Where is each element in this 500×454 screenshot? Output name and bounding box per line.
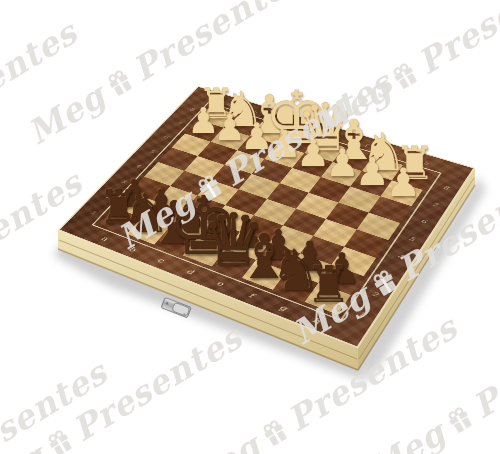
file-label-far-a: a xyxy=(225,102,232,107)
rank-label-right-7: 7 xyxy=(431,201,439,207)
file-label-a: a xyxy=(99,235,109,243)
file-label-far-c: c xyxy=(278,117,285,122)
file-label-f: f xyxy=(247,291,256,299)
file-label-far-f: f xyxy=(363,143,369,148)
rank-label-right-3: 3 xyxy=(384,271,393,278)
file-label-g: g xyxy=(278,303,289,312)
file-label-far-b: b xyxy=(251,109,258,114)
file-label-c: c xyxy=(156,256,166,264)
rank-label-left-7: 7 xyxy=(175,120,183,125)
rank-label-right-6: 6 xyxy=(420,218,428,224)
rank-label-left-4: 4 xyxy=(134,163,142,168)
rank-label-left-8: 8 xyxy=(188,107,195,112)
rank-label-right-5: 5 xyxy=(408,235,416,242)
rank-label-left-1: 1 xyxy=(89,210,97,216)
rank-label-right-8: 8 xyxy=(442,185,450,191)
file-label-far-e: e xyxy=(334,134,341,139)
file-label-b: b xyxy=(127,245,138,253)
rank-label-right-2: 2 xyxy=(371,290,380,297)
file-label-e: e xyxy=(215,279,226,288)
rank-label-right-4: 4 xyxy=(396,253,405,260)
file-label-far-d: d xyxy=(305,125,313,130)
file-label-d: d xyxy=(184,267,195,275)
rank-label-right-1: 1 xyxy=(358,310,367,317)
rank-label-left-5: 5 xyxy=(148,149,156,154)
rank-label-left-6: 6 xyxy=(162,134,170,139)
file-label-h: h xyxy=(311,316,322,325)
rank-label-left-2: 2 xyxy=(105,194,113,200)
file-label-far-h: h xyxy=(422,160,430,166)
rank-label-left-3: 3 xyxy=(120,178,128,184)
chess-set-product-photo: aabbccddeeffgghh1122334455667788 ♜♞♝♚♛♝♞… xyxy=(0,0,500,454)
file-label-far-g: g xyxy=(392,151,400,157)
